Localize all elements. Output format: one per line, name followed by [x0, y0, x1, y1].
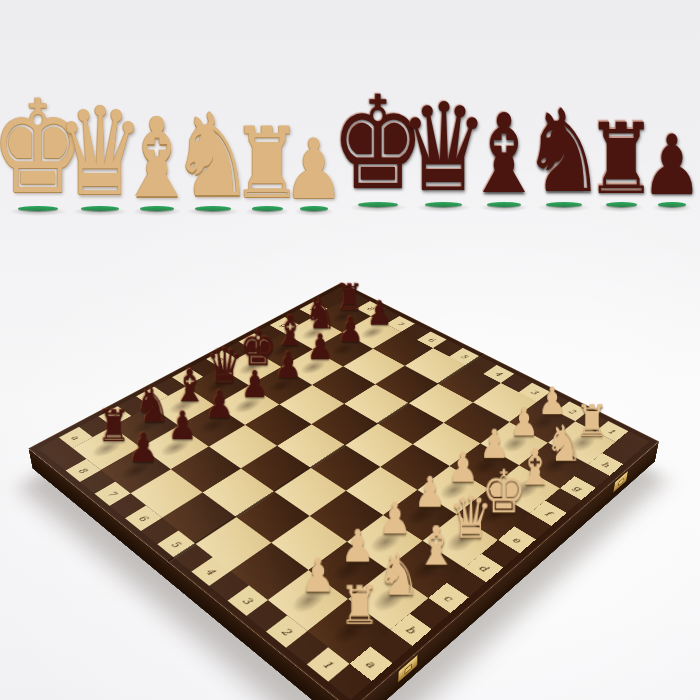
- piece-lineup-light: ♚♛♝♞♜♟: [6, 109, 332, 216]
- latch-hook-icon: [404, 664, 412, 676]
- chessboard: abcdefgh8♜♞♝♛♚♝♞♜87♟♟♟♟♟♟♟♟7665544332♟♟♟…: [28, 283, 659, 700]
- lineup-dark-rook: ♜: [596, 130, 646, 212]
- product-photo: ♚♛♝♞♜♟ ♚♛♝♞♜♟ abcdefgh8♜♞♝♛♚♝♞♜87♟♟♟♟♟♟♟…: [0, 0, 700, 700]
- board-frame: abcdefgh8♜♞♝♛♚♝♞♜87♟♟♟♟♟♟♟♟7665544332♟♟♟…: [28, 283, 659, 700]
- lineup-dark-knight: ♞: [535, 117, 593, 212]
- board-scene: abcdefgh8♜♞♝♛♚♝♞♜87♟♟♟♟♟♟♟♟7665544332♟♟♟…: [0, 238, 700, 700]
- pawn-glyph: ♟: [641, 127, 700, 206]
- piece-black-pawn-a7: ♟: [119, 422, 169, 476]
- lineup-light-pawn: ♟: [292, 145, 336, 216]
- piece-lineup-dark: ♚♛♝♞♜♟: [346, 105, 694, 212]
- latch-hook-icon: [618, 478, 624, 487]
- lineup-dark-pawn: ♟: [650, 141, 694, 212]
- chessboard-grid: abcdefgh8♜♞♝♛♚♝♞♜87♟♟♟♟♟♟♟♟7665544332♟♟♟…: [38, 287, 649, 700]
- piece-white-rook-a1: ♜: [330, 574, 389, 638]
- square-g4: [409, 384, 473, 423]
- piece-lineup-row: ♚♛♝♞♜♟ ♚♛♝♞♜♟: [0, 0, 700, 216]
